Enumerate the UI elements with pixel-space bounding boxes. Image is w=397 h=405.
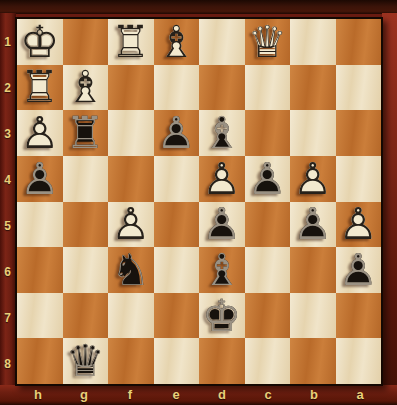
rank-label-8: 8 (0, 340, 15, 386)
file-label-c: c (245, 386, 291, 403)
piece-white-pawn-b4[interactable]: ♟♙ (290, 156, 336, 202)
square-g8[interactable]: ♛♕ (63, 338, 109, 384)
piece-white-pawn-f5[interactable]: ♟♙ (108, 202, 154, 248)
square-a1[interactable] (336, 19, 382, 65)
piece-black-pawn-a6[interactable]: ♟♙ (336, 247, 382, 293)
file-label-a: a (337, 386, 383, 403)
piece-black-bishop-d3[interactable]: ♝♗ (199, 110, 245, 156)
piece-white-king-h1[interactable]: ♚♔ (17, 19, 63, 65)
chess-board-frame: 12345678 ♚♔♜♖♝♗♛♕♜♖♝♗♟♙♜♖♟♙♝♗♟♙♟♙♟♙♟♙♟♙♟… (0, 0, 397, 405)
square-e3[interactable]: ♟♙ (154, 110, 200, 156)
pawn-glyph-detail: ♙ (154, 110, 200, 156)
piece-white-queen-c1[interactable]: ♛♕ (245, 19, 291, 65)
queen-glyph-detail: ♕ (63, 338, 109, 384)
square-g7[interactable] (63, 293, 109, 339)
square-h3[interactable]: ♟♙ (17, 110, 63, 156)
square-d7[interactable]: ♚♔ (199, 293, 245, 339)
chess-board[interactable]: ♚♔♜♖♝♗♛♕♜♖♝♗♟♙♜♖♟♙♝♗♟♙♟♙♟♙♟♙♟♙♟♙♟♙♟♙♞♘♝♗… (15, 17, 383, 386)
rank-label-4: 4 (0, 155, 15, 201)
square-g6[interactable] (63, 247, 109, 293)
rook-glyph-detail: ♖ (17, 65, 63, 111)
piece-white-rook-f1[interactable]: ♜♖ (108, 19, 154, 65)
square-f6[interactable]: ♞♘ (108, 247, 154, 293)
square-d5[interactable]: ♟♙ (199, 202, 245, 248)
file-label-f: f (107, 386, 153, 403)
piece-white-pawn-d4[interactable]: ♟♙ (199, 156, 245, 202)
square-c1[interactable]: ♛♕ (245, 19, 291, 65)
frame-right-edge (382, 13, 397, 386)
square-g2[interactable]: ♝♗ (63, 65, 109, 111)
piece-black-rook-g3[interactable]: ♜♖ (63, 110, 109, 156)
piece-white-bishop-g2[interactable]: ♝♗ (63, 65, 109, 111)
piece-white-pawn-h3[interactable]: ♟♙ (17, 110, 63, 156)
knight-glyph-detail: ♘ (108, 247, 154, 293)
rook-glyph-detail: ♖ (108, 19, 154, 65)
square-e6[interactable] (154, 247, 200, 293)
square-b6[interactable] (290, 247, 336, 293)
square-f7[interactable] (108, 293, 154, 339)
file-label-h: h (15, 386, 61, 403)
square-a8[interactable] (336, 338, 382, 384)
piece-black-pawn-d5[interactable]: ♟♙ (199, 202, 245, 248)
square-b1[interactable] (290, 19, 336, 65)
square-b5[interactable]: ♟♙ (290, 202, 336, 248)
pawn-glyph-detail: ♙ (199, 202, 245, 248)
square-c5[interactable] (245, 202, 291, 248)
pawn-glyph-detail: ♙ (336, 247, 382, 293)
piece-white-pawn-a5[interactable]: ♟♙ (336, 202, 382, 248)
square-a4[interactable] (336, 156, 382, 202)
square-b2[interactable] (290, 65, 336, 111)
square-d6[interactable]: ♝♗ (199, 247, 245, 293)
pawn-glyph-detail: ♙ (17, 110, 63, 156)
square-b4[interactable]: ♟♙ (290, 156, 336, 202)
square-a5[interactable]: ♟♙ (336, 202, 382, 248)
square-a6[interactable]: ♟♙ (336, 247, 382, 293)
bishop-glyph-detail: ♗ (63, 65, 109, 111)
square-g4[interactable] (63, 156, 109, 202)
piece-black-bishop-d6[interactable]: ♝♗ (199, 247, 245, 293)
king-glyph-detail: ♔ (17, 19, 63, 65)
rank-label-5: 5 (0, 202, 15, 248)
square-c4[interactable]: ♟♙ (245, 156, 291, 202)
square-h4[interactable]: ♟♙ (17, 156, 63, 202)
piece-black-queen-g8[interactable]: ♛♕ (63, 338, 109, 384)
king-glyph-detail: ♔ (199, 293, 245, 339)
rank-label-1: 1 (0, 17, 15, 63)
file-label-b: b (291, 386, 337, 403)
rank-labels: 12345678 (0, 17, 15, 386)
square-g3[interactable]: ♜♖ (63, 110, 109, 156)
square-a3[interactable] (336, 110, 382, 156)
square-b3[interactable] (290, 110, 336, 156)
pawn-glyph-detail: ♙ (336, 202, 382, 248)
square-c6[interactable] (245, 247, 291, 293)
square-f4[interactable] (108, 156, 154, 202)
square-h2[interactable]: ♜♖ (17, 65, 63, 111)
square-c8[interactable] (245, 338, 291, 384)
frame-top-edge (0, 0, 397, 14)
rank-label-2: 2 (0, 63, 15, 109)
piece-black-pawn-b5[interactable]: ♟♙ (290, 202, 336, 248)
file-labels: hgfedcba (15, 386, 383, 403)
file-label-g: g (61, 386, 107, 403)
file-label-e: e (153, 386, 199, 403)
square-b7[interactable] (290, 293, 336, 339)
square-f3[interactable] (108, 110, 154, 156)
square-c7[interactable] (245, 293, 291, 339)
square-h6[interactable] (17, 247, 63, 293)
square-d4[interactable]: ♟♙ (199, 156, 245, 202)
pawn-glyph-detail: ♙ (199, 156, 245, 202)
square-d8[interactable] (199, 338, 245, 384)
square-h8[interactable] (17, 338, 63, 384)
rank-label-6: 6 (0, 248, 15, 294)
square-e1[interactable]: ♝♗ (154, 19, 200, 65)
square-a2[interactable] (336, 65, 382, 111)
rook-glyph-detail: ♖ (63, 110, 109, 156)
file-label-d: d (199, 386, 245, 403)
square-f2[interactable] (108, 65, 154, 111)
bishop-glyph-detail: ♗ (154, 19, 200, 65)
pawn-glyph-detail: ♙ (245, 156, 291, 202)
square-e7[interactable] (154, 293, 200, 339)
square-b8[interactable] (290, 338, 336, 384)
piece-black-pawn-c4[interactable]: ♟♙ (245, 156, 291, 202)
square-g1[interactable] (63, 19, 109, 65)
square-e2[interactable] (154, 65, 200, 111)
square-f1[interactable]: ♜♖ (108, 19, 154, 65)
square-d1[interactable] (199, 19, 245, 65)
square-f8[interactable] (108, 338, 154, 384)
square-e8[interactable] (154, 338, 200, 384)
square-c2[interactable] (245, 65, 291, 111)
square-d3[interactable]: ♝♗ (199, 110, 245, 156)
pawn-glyph-detail: ♙ (108, 202, 154, 248)
pawn-glyph-detail: ♙ (290, 202, 336, 248)
piece-black-king-d7[interactable]: ♚♔ (199, 293, 245, 339)
square-d2[interactable] (199, 65, 245, 111)
square-g5[interactable] (63, 202, 109, 248)
square-c3[interactable] (245, 110, 291, 156)
queen-glyph-detail: ♕ (245, 19, 291, 65)
rank-label-7: 7 (0, 294, 15, 340)
bishop-glyph-detail: ♗ (199, 247, 245, 293)
bishop-glyph-detail: ♗ (199, 110, 245, 156)
square-h1[interactable]: ♚♔ (17, 19, 63, 65)
square-e5[interactable] (154, 202, 200, 248)
square-h7[interactable] (17, 293, 63, 339)
piece-white-bishop-e1[interactable]: ♝♗ (154, 19, 200, 65)
rank-label-3: 3 (0, 109, 15, 155)
piece-black-pawn-h4[interactable]: ♟♙ (17, 156, 63, 202)
pawn-glyph-detail: ♙ (17, 156, 63, 202)
piece-black-knight-f6[interactable]: ♞♘ (108, 247, 154, 293)
pawn-glyph-detail: ♙ (290, 156, 336, 202)
piece-black-pawn-e3[interactable]: ♟♙ (154, 110, 200, 156)
square-f5[interactable]: ♟♙ (108, 202, 154, 248)
square-a7[interactable] (336, 293, 382, 339)
square-e4[interactable] (154, 156, 200, 202)
square-h5[interactable] (17, 202, 63, 248)
piece-white-rook-h2[interactable]: ♜♖ (17, 65, 63, 111)
